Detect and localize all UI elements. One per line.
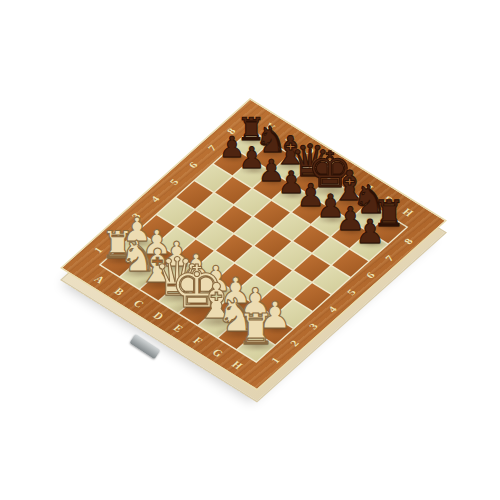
pieces-layer: ♜♞♝♛♚♝♞♜♟♟♟♟♟♟♟♟♟♟♟♟♟♟♟♟♜♞♝♛♚♝♞♜ <box>0 0 500 500</box>
white-rook-h1: ♜ <box>237 308 275 350</box>
product-photo: AABBCCDDEEFFGGHH8877665544332211 ♜♞♝♛♚♝♞… <box>0 0 500 500</box>
black-pawn-h7: ♟ <box>355 215 385 248</box>
